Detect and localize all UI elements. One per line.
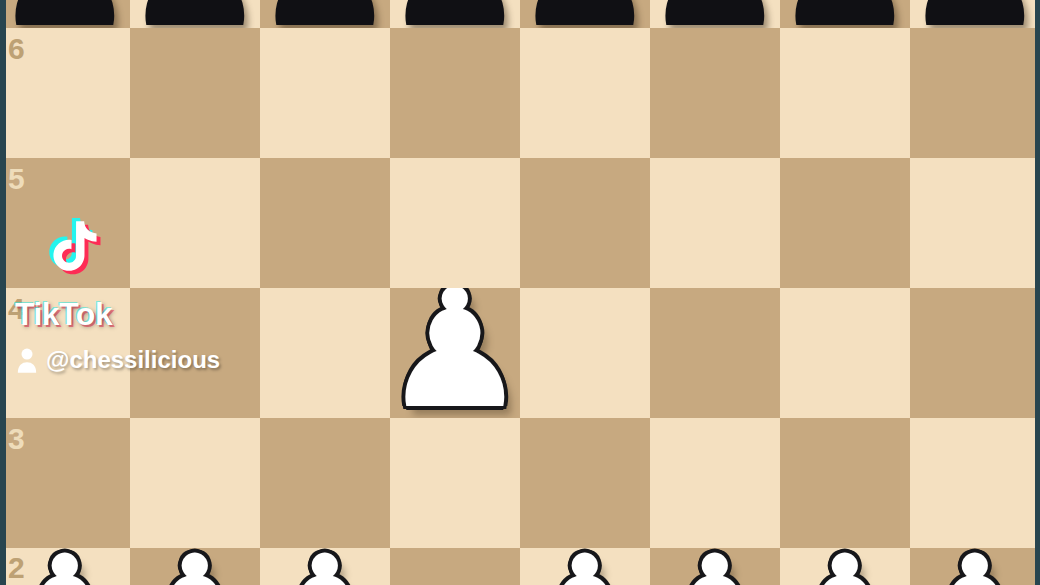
video-background-edge-left [0, 0, 6, 585]
square-e3[interactable] [520, 418, 650, 548]
square-d5[interactable] [390, 158, 520, 288]
black-pawn-h7[interactable]: ♟ [910, 0, 1040, 28]
black-pawn-d7[interactable]: ♟ [390, 0, 520, 28]
tiktok-brand-label: TikTok [15, 296, 112, 333]
board-row-rank-3: 3 [0, 418, 1040, 548]
square-c7[interactable]: ♟ [260, 0, 390, 28]
black-pawn-c7[interactable]: ♟ [260, 0, 390, 28]
black-pawn-b7[interactable]: ♟ [130, 0, 260, 28]
square-e6[interactable] [520, 28, 650, 158]
square-a7[interactable]: ♟ [0, 0, 130, 28]
square-e7[interactable]: ♟ [520, 0, 650, 28]
person-icon [16, 347, 38, 373]
rank-label-2: 2 [8, 553, 25, 583]
board-row-rank-5: 5 [0, 158, 1040, 288]
square-b3[interactable] [130, 418, 260, 548]
square-g7[interactable]: ♟ [780, 0, 910, 28]
chess-board: ♟♟♟♟♟♟♟♟654♟32♟♟♟♟♟♟♟ [0, 0, 1040, 585]
video-background-edge-right [1035, 0, 1040, 585]
square-e4[interactable] [520, 288, 650, 418]
square-h5[interactable] [910, 158, 1040, 288]
black-pawn-e7[interactable]: ♟ [520, 0, 650, 28]
square-d7[interactable]: ♟ [390, 0, 520, 28]
square-a3[interactable]: 3 [0, 418, 130, 548]
board-row-rank-6: 6 [0, 28, 1040, 158]
square-a2[interactable]: 2♟ [0, 548, 130, 585]
square-g4[interactable] [780, 288, 910, 418]
square-e5[interactable] [520, 158, 650, 288]
white-pawn-b2[interactable]: ♟ [130, 548, 260, 585]
square-h6[interactable] [910, 28, 1040, 158]
square-c4[interactable] [260, 288, 390, 418]
square-g2[interactable]: ♟ [780, 548, 910, 585]
white-pawn-e2[interactable]: ♟ [520, 548, 650, 585]
square-b7[interactable]: ♟ [130, 0, 260, 28]
square-f6[interactable] [650, 28, 780, 158]
square-e2[interactable]: ♟ [520, 548, 650, 585]
square-d3[interactable] [390, 418, 520, 548]
square-h4[interactable] [910, 288, 1040, 418]
square-c5[interactable] [260, 158, 390, 288]
square-g6[interactable] [780, 28, 910, 158]
board-row-rank-2: 2♟♟♟♟♟♟♟ [0, 548, 1040, 585]
board-row-rank-7: ♟♟♟♟♟♟♟♟ [0, 0, 1040, 28]
black-pawn-f7[interactable]: ♟ [650, 0, 780, 28]
square-h2[interactable]: ♟ [910, 548, 1040, 585]
white-pawn-d4[interactable]: ♟ [390, 288, 520, 418]
square-f4[interactable] [650, 288, 780, 418]
square-b5[interactable] [130, 158, 260, 288]
black-pawn-g7[interactable]: ♟ [780, 0, 910, 28]
square-a6[interactable]: 6 [0, 28, 130, 158]
square-f7[interactable]: ♟ [650, 0, 780, 28]
square-d4[interactable]: ♟ [390, 288, 520, 418]
square-f3[interactable] [650, 418, 780, 548]
tiktok-note-icon [44, 210, 106, 282]
square-d2[interactable] [390, 548, 520, 585]
black-pawn-a7[interactable]: ♟ [0, 0, 130, 28]
square-b6[interactable] [130, 28, 260, 158]
rank-label-6: 6 [8, 34, 25, 64]
creator-row: @chessilicious [16, 346, 220, 374]
white-pawn-c2[interactable]: ♟ [260, 548, 390, 585]
rank-label-3: 3 [8, 424, 25, 454]
square-h7[interactable]: ♟ [910, 0, 1040, 28]
square-f5[interactable] [650, 158, 780, 288]
square-c2[interactable]: ♟ [260, 548, 390, 585]
square-c3[interactable] [260, 418, 390, 548]
rank-label-5: 5 [8, 164, 25, 194]
square-c6[interactable] [260, 28, 390, 158]
video-frame: ♟♟♟♟♟♟♟♟654♟32♟♟♟♟♟♟♟ TikTok @chessilici… [0, 0, 1040, 585]
square-h3[interactable] [910, 418, 1040, 548]
square-b2[interactable]: ♟ [130, 548, 260, 585]
square-g3[interactable] [780, 418, 910, 548]
white-pawn-g2[interactable]: ♟ [780, 548, 910, 585]
white-pawn-h2[interactable]: ♟ [910, 548, 1040, 585]
square-g5[interactable] [780, 158, 910, 288]
white-pawn-f2[interactable]: ♟ [650, 548, 780, 585]
creator-username: @chessilicious [46, 346, 220, 374]
square-f2[interactable]: ♟ [650, 548, 780, 585]
square-d6[interactable] [390, 28, 520, 158]
